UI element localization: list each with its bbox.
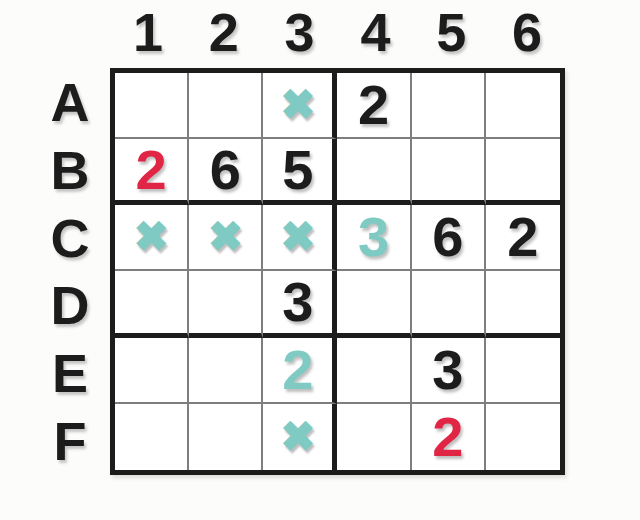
x-mark-F3: ✖	[280, 416, 315, 458]
cell-B5[interactable]	[412, 139, 486, 205]
x-mark-A3: ✖	[280, 84, 315, 126]
x-mark-C1: ✖	[133, 216, 168, 258]
cell-A6[interactable]	[486, 73, 560, 139]
cell-E5[interactable]: 3	[412, 338, 486, 404]
cell-C6[interactable]: 2	[486, 205, 560, 271]
row-labels: ABCDEF	[36, 68, 104, 475]
cell-F6[interactable]	[486, 404, 560, 470]
cell-B2[interactable]: 6	[189, 139, 263, 205]
cell-B1[interactable]: 2	[115, 139, 189, 205]
cell-C2[interactable]: ✖	[189, 205, 263, 271]
digit-E5: 3	[432, 342, 463, 398]
column-label-5: 5	[413, 0, 489, 64]
digit-B1: 2	[136, 142, 167, 198]
cell-D1[interactable]	[115, 271, 189, 337]
cell-B6[interactable]	[486, 139, 560, 205]
row-label-C: C	[36, 204, 104, 272]
column-label-6: 6	[489, 0, 565, 64]
column-label-2: 2	[186, 0, 262, 64]
digit-C4: 3	[358, 209, 389, 265]
board: ✖2265✖✖✖362323✖2	[110, 68, 565, 475]
cell-B3[interactable]: 5	[263, 139, 337, 205]
cell-E3[interactable]: 2	[263, 338, 337, 404]
cell-F2[interactable]	[189, 404, 263, 470]
cell-E4[interactable]	[337, 338, 411, 404]
column-label-1: 1	[110, 0, 186, 64]
row-label-A: A	[36, 68, 104, 136]
column-label-4: 4	[338, 0, 414, 64]
cell-C4[interactable]: 3	[337, 205, 411, 271]
cell-C5[interactable]: 6	[412, 205, 486, 271]
cell-A2[interactable]	[189, 73, 263, 139]
cell-D3[interactable]: 3	[263, 271, 337, 337]
row-label-F: F	[36, 407, 104, 475]
cell-C1[interactable]: ✖	[115, 205, 189, 271]
digit-D3: 3	[282, 274, 313, 330]
cell-D4[interactable]	[337, 271, 411, 337]
digit-B2: 6	[210, 142, 241, 198]
digit-C6: 2	[507, 209, 538, 265]
digit-E3: 2	[282, 342, 313, 398]
cell-F1[interactable]	[115, 404, 189, 470]
cell-D2[interactable]	[189, 271, 263, 337]
cell-E2[interactable]	[189, 338, 263, 404]
cell-D5[interactable]	[412, 271, 486, 337]
cell-A5[interactable]	[412, 73, 486, 139]
cell-E1[interactable]	[115, 338, 189, 404]
row-label-B: B	[36, 136, 104, 204]
cell-A4[interactable]: 2	[337, 73, 411, 139]
cell-E6[interactable]	[486, 338, 560, 404]
column-headers: 123456	[110, 0, 565, 64]
cell-B4[interactable]	[337, 139, 411, 205]
digit-B3: 5	[282, 142, 313, 198]
digit-F5: 2	[432, 409, 463, 465]
cell-F3[interactable]: ✖	[263, 404, 337, 470]
cell-C3[interactable]: ✖	[263, 205, 337, 271]
cell-F4[interactable]	[337, 404, 411, 470]
x-mark-C2: ✖	[208, 216, 243, 258]
cell-A3[interactable]: ✖	[263, 73, 337, 139]
digit-C5: 6	[432, 209, 463, 265]
column-label-3: 3	[262, 0, 338, 64]
digit-A4: 2	[358, 77, 389, 133]
row-label-E: E	[36, 339, 104, 407]
x-mark-C3: ✖	[280, 216, 315, 258]
row-label-D: D	[36, 272, 104, 340]
cell-D6[interactable]	[486, 271, 560, 337]
sudoku-screen: 123456 ABCDEF ✖2265✖✖✖362323✖2	[0, 0, 640, 520]
cell-F5[interactable]: 2	[412, 404, 486, 470]
cell-A1[interactable]	[115, 73, 189, 139]
